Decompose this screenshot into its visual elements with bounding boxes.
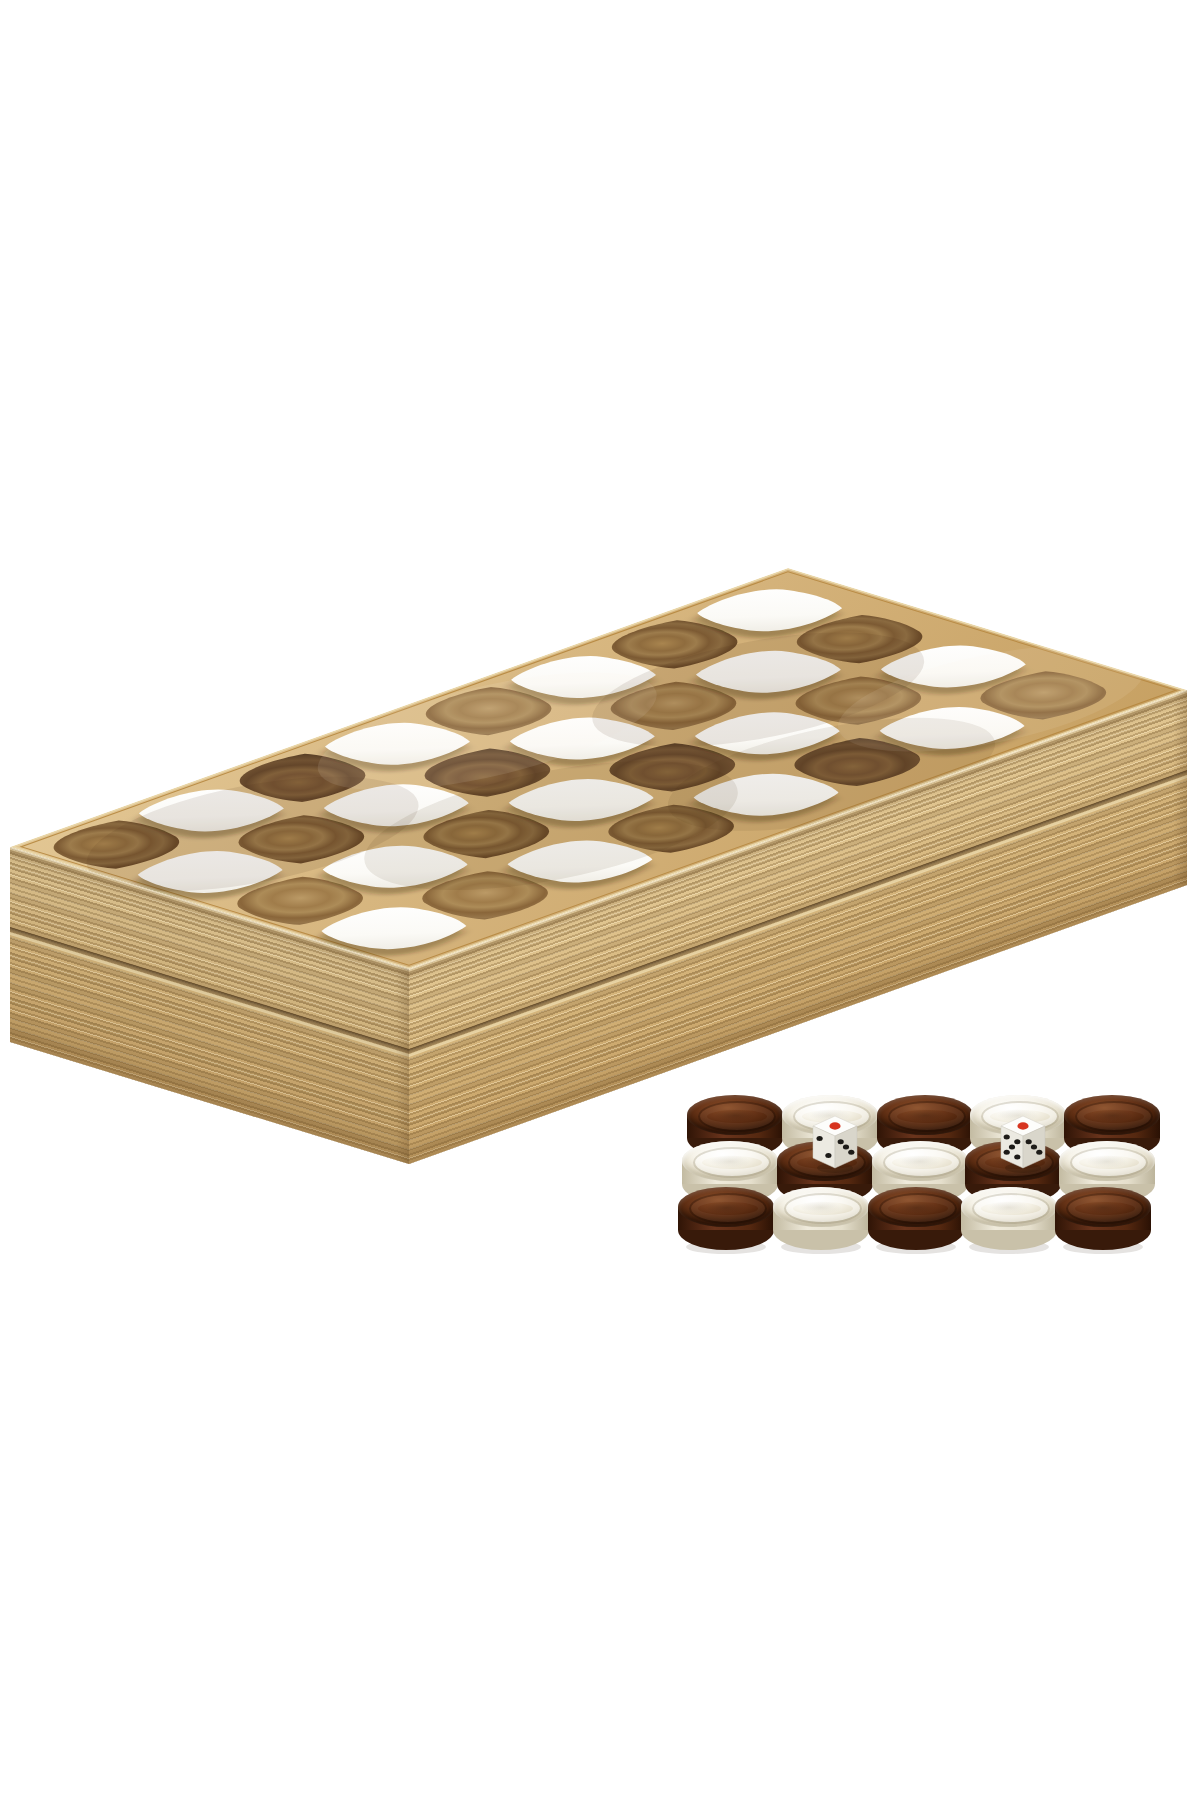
checker-brown <box>868 1187 964 1250</box>
checker-top <box>868 1187 964 1227</box>
die-pip <box>1026 1139 1032 1144</box>
die-pip <box>1004 1134 1010 1139</box>
die-pip <box>838 1139 844 1144</box>
checker-center-dimple <box>1086 1155 1128 1169</box>
checker-top <box>877 1095 973 1135</box>
checker-brown <box>678 1187 774 1250</box>
checker-center-dimple <box>1091 1109 1133 1123</box>
checker-center-dimple <box>714 1109 756 1123</box>
die-pip <box>843 1145 849 1150</box>
checker-top <box>1064 1095 1160 1135</box>
checker-brown <box>1055 1187 1151 1250</box>
die-pip <box>1014 1139 1020 1144</box>
checker-center-dimple <box>895 1201 937 1215</box>
checker-center-dimple <box>705 1201 747 1215</box>
checker-top <box>678 1187 774 1227</box>
die-pip <box>825 1153 831 1158</box>
die-top-pip-red <box>829 1122 840 1129</box>
checker-top <box>1055 1187 1151 1227</box>
checker-white <box>961 1187 1057 1250</box>
checker-center-dimple <box>988 1201 1030 1215</box>
die-pip <box>848 1150 854 1155</box>
die-top-pip-red <box>1017 1122 1028 1129</box>
checker-center-dimple <box>800 1201 842 1215</box>
product-photo-scene <box>0 0 1200 1800</box>
die <box>807 1113 863 1175</box>
checker-center-dimple <box>709 1155 751 1169</box>
checker-top <box>687 1095 783 1135</box>
die-pip <box>1031 1145 1037 1150</box>
die-pip <box>817 1136 823 1141</box>
checker-center-dimple <box>1082 1201 1124 1215</box>
die-pip <box>1014 1155 1020 1160</box>
die <box>995 1113 1051 1175</box>
die-pip <box>1004 1150 1010 1155</box>
die-pip <box>1009 1145 1015 1150</box>
checker-top <box>961 1187 1057 1227</box>
checker-center-dimple <box>904 1109 946 1123</box>
checker-top <box>682 1141 778 1181</box>
checker-white <box>773 1187 869 1250</box>
checker-top <box>872 1141 968 1181</box>
checker-top <box>773 1187 869 1227</box>
die-pip <box>1036 1150 1042 1155</box>
checker-center-dimple <box>899 1155 941 1169</box>
checker-top <box>1059 1141 1155 1181</box>
